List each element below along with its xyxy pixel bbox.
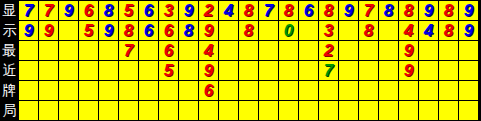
board-cell [59, 21, 79, 41]
result-number: 8 [244, 2, 253, 19]
result-number: 9 [104, 22, 113, 39]
board-cell [399, 81, 419, 101]
result-number: 8 [284, 2, 293, 19]
result-number: 8 [364, 22, 373, 39]
result-number: 9 [204, 22, 213, 39]
board-cell: 5 [159, 61, 179, 81]
board-cell [199, 101, 219, 121]
board-cell: 8 [279, 1, 299, 21]
board-cell [79, 41, 99, 61]
board-cell: 9 [59, 1, 79, 21]
recent-games-board: 显示最近牌局 779685639248786897889899959866898… [0, 0, 481, 121]
result-number: 5 [124, 2, 133, 19]
board-cell [139, 61, 159, 81]
board-cell: 9 [339, 1, 359, 21]
board-cell: 6 [159, 41, 179, 61]
board-cell [439, 101, 459, 121]
board-cell [39, 81, 59, 101]
result-number: 6 [144, 2, 153, 19]
board-cell [259, 61, 279, 81]
result-number: 7 [264, 2, 273, 19]
board-cell [299, 101, 319, 121]
result-number: 2 [324, 42, 333, 59]
board-cell [399, 101, 419, 121]
result-number: 4 [424, 22, 433, 39]
board-cell [179, 61, 199, 81]
result-number: 6 [164, 22, 173, 39]
board-cell: 8 [239, 1, 259, 21]
result-number: 9 [404, 62, 413, 79]
board-cell: 7 [359, 1, 379, 21]
board-cell: 3 [159, 1, 179, 21]
board-cell [279, 81, 299, 101]
board-cell [259, 21, 279, 41]
board-cell [219, 101, 239, 121]
board-cell: 9 [199, 21, 219, 41]
board-cell [139, 101, 159, 121]
board-cell: 9 [419, 1, 439, 21]
board-cell [79, 61, 99, 81]
result-number: 9 [344, 2, 353, 19]
board-cell: 6 [299, 1, 319, 21]
board-cell: 6 [199, 81, 219, 101]
result-number: 8 [124, 22, 133, 39]
board-cell [79, 101, 99, 121]
board-cell: 8 [399, 1, 419, 21]
board-cell [99, 81, 119, 101]
board-cell [119, 61, 139, 81]
board-cell [299, 81, 319, 101]
board-cell [219, 61, 239, 81]
results-grid: 7796856392487868978898999598668980384489… [19, 0, 480, 121]
board-cell [439, 61, 459, 81]
board-cell [379, 61, 399, 81]
board-cell [19, 61, 39, 81]
board-cell [459, 61, 479, 81]
board-cell: 8 [119, 21, 139, 41]
board-cell: 6 [159, 21, 179, 41]
board-cell: 0 [279, 21, 299, 41]
board-cell: 4 [219, 1, 239, 21]
title-char: 近 [0, 60, 19, 80]
board-cell: 7 [259, 1, 279, 21]
title-char: 示 [0, 20, 19, 40]
result-number: 7 [324, 62, 333, 79]
board-cell [379, 81, 399, 101]
board-cell [319, 81, 339, 101]
result-number: 6 [144, 22, 153, 39]
result-number: 0 [284, 22, 293, 39]
result-number: 9 [64, 2, 73, 19]
board-cell [39, 61, 59, 81]
result-number: 9 [404, 42, 413, 59]
board-cell [299, 21, 319, 41]
board-cell [159, 81, 179, 101]
board-cell [339, 41, 359, 61]
board-cell: 8 [359, 21, 379, 41]
board-cell [99, 41, 119, 61]
board-cell [339, 101, 359, 121]
result-number: 7 [124, 42, 133, 59]
result-number: 4 [204, 42, 213, 59]
board-cell: 9 [199, 61, 219, 81]
board-cell [419, 41, 439, 61]
result-number: 7 [44, 2, 53, 19]
board-cell: 9 [179, 1, 199, 21]
board-cell [459, 101, 479, 121]
title-char: 牌 [0, 80, 19, 100]
board-cell [59, 41, 79, 61]
board-cell [59, 81, 79, 101]
result-number: 8 [104, 2, 113, 19]
board-cell [459, 41, 479, 61]
result-number: 8 [324, 2, 333, 19]
board-cell: 4 [199, 41, 219, 61]
board-cell [99, 61, 119, 81]
board-cell: 7 [119, 41, 139, 61]
result-number: 9 [184, 2, 193, 19]
board-cell: 7 [19, 1, 39, 21]
board-cell [59, 101, 79, 121]
board-cell [359, 61, 379, 81]
board-cell [219, 41, 239, 61]
board-cell [139, 81, 159, 101]
board-cell [259, 41, 279, 61]
board-cell [219, 21, 239, 41]
board-cell: 2 [319, 41, 339, 61]
board-cell: 9 [399, 61, 419, 81]
board-cell: 3 [319, 21, 339, 41]
board-cell: 9 [459, 1, 479, 21]
board-cell: 8 [99, 1, 119, 21]
board-cell: 2 [199, 1, 219, 21]
result-number: 6 [164, 42, 173, 59]
board-cell [259, 81, 279, 101]
board-cell: 8 [439, 1, 459, 21]
result-number: 6 [304, 2, 313, 19]
result-number: 4 [404, 22, 413, 39]
board-cell [19, 101, 39, 121]
board-cell [239, 61, 259, 81]
result-number: 7 [24, 2, 33, 19]
result-number: 8 [184, 22, 193, 39]
board-cell [239, 101, 259, 121]
title-char: 局 [0, 100, 19, 120]
result-number: 3 [164, 2, 173, 19]
board-cell: 8 [319, 1, 339, 21]
board-cell [259, 101, 279, 121]
result-number: 5 [164, 62, 173, 79]
result-number: 8 [384, 2, 393, 19]
board-cell: 4 [419, 21, 439, 41]
board-cell: 6 [79, 1, 99, 21]
result-number: 8 [244, 22, 253, 39]
board-cell: 9 [459, 21, 479, 41]
vertical-title: 显示最近牌局 [0, 0, 19, 121]
result-number: 8 [444, 22, 453, 39]
board-cell [379, 21, 399, 41]
board-cell: 8 [179, 21, 199, 41]
board-cell [439, 41, 459, 61]
board-cell [359, 41, 379, 61]
board-cell [359, 81, 379, 101]
result-number: 9 [464, 2, 473, 19]
board-cell: 8 [239, 21, 259, 41]
board-cell: 6 [139, 21, 159, 41]
board-cell [159, 101, 179, 121]
board-cell [79, 81, 99, 101]
board-cell [379, 41, 399, 61]
result-number: 2 [204, 2, 213, 19]
board-cell: 8 [439, 21, 459, 41]
board-cell: 7 [319, 61, 339, 81]
board-cell [39, 41, 59, 61]
board-cell [299, 41, 319, 61]
board-cell [339, 61, 359, 81]
board-cell [179, 81, 199, 101]
result-number: 4 [224, 2, 233, 19]
board-cell: 9 [19, 21, 39, 41]
board-cell [299, 61, 319, 81]
title-char: 最 [0, 40, 19, 60]
board-cell [219, 81, 239, 101]
board-cell [239, 81, 259, 101]
result-number: 8 [404, 2, 413, 19]
board-cell [19, 81, 39, 101]
board-cell: 7 [39, 1, 59, 21]
result-number: 3 [324, 22, 333, 39]
board-cell [419, 61, 439, 81]
result-number: 9 [44, 22, 53, 39]
board-cell: 9 [399, 41, 419, 61]
board-cell [279, 61, 299, 81]
board-cell [119, 101, 139, 121]
board-cell [279, 101, 299, 121]
board-cell: 8 [379, 1, 399, 21]
board-cell: 9 [99, 21, 119, 41]
board-cell [179, 101, 199, 121]
board-cell [339, 21, 359, 41]
result-number: 9 [24, 22, 33, 39]
result-number: 7 [364, 2, 373, 19]
result-number: 6 [84, 2, 93, 19]
board-cell [379, 101, 399, 121]
board-cell [419, 101, 439, 121]
board-cell [359, 101, 379, 121]
board-cell [239, 41, 259, 61]
board-cell [119, 81, 139, 101]
board-cell [459, 81, 479, 101]
board-cell: 4 [399, 21, 419, 41]
board-cell [139, 41, 159, 61]
title-char: 显 [0, 0, 19, 20]
board-cell [339, 81, 359, 101]
board-cell [59, 61, 79, 81]
result-number: 6 [204, 82, 213, 99]
result-number: 9 [464, 22, 473, 39]
board-cell [279, 41, 299, 61]
board-cell [179, 41, 199, 61]
result-number: 5 [84, 22, 93, 39]
board-cell [319, 101, 339, 121]
board-cell: 6 [139, 1, 159, 21]
board-cell [419, 81, 439, 101]
result-number: 8 [444, 2, 453, 19]
board-cell [39, 101, 59, 121]
result-number: 9 [424, 2, 433, 19]
board-cell [19, 41, 39, 61]
board-cell: 5 [79, 21, 99, 41]
board-cell [99, 101, 119, 121]
board-cell [439, 81, 459, 101]
result-number: 9 [204, 62, 213, 79]
board-cell: 5 [119, 1, 139, 21]
board-cell: 9 [39, 21, 59, 41]
